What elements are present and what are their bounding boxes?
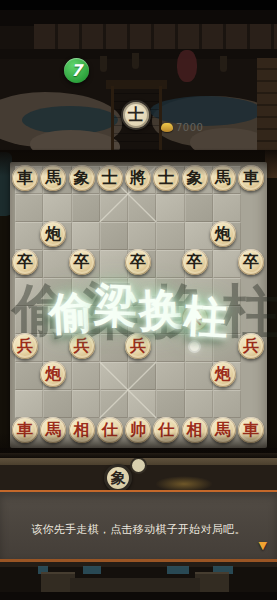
piece-black-士[interactable]: 士 <box>97 165 123 191</box>
wooden-post <box>257 58 277 150</box>
piece-black-車[interactable]: 車 <box>12 165 38 191</box>
piece-character: 卒 <box>187 254 203 270</box>
board-tile <box>100 194 128 222</box>
board-tile <box>185 390 213 418</box>
board-tile <box>128 306 156 334</box>
board-tile <box>72 278 100 306</box>
piece-red-車[interactable]: 車 <box>12 417 38 443</box>
piece-character: 仕 <box>102 422 118 438</box>
water-right <box>150 96 262 126</box>
piece-character: 馬 <box>45 170 61 186</box>
piece-red-帅[interactable]: 帅 <box>125 417 151 443</box>
machinery-light <box>167 566 189 574</box>
hanging-decor <box>220 56 227 72</box>
piece-character: 炮 <box>215 226 231 242</box>
piece-red-炮[interactable]: 炮 <box>210 361 236 387</box>
piece-black-卒[interactable]: 卒 <box>12 249 38 275</box>
lantern-decor <box>177 50 197 82</box>
board-tile <box>128 362 156 390</box>
piece-character: 炮 <box>45 366 61 382</box>
piece-character: 兵 <box>17 338 33 354</box>
piece-black-卒[interactable]: 卒 <box>182 249 208 275</box>
piece-red-兵[interactable]: 兵 <box>125 333 151 359</box>
seven-day-badge[interactable]: 7 <box>64 58 89 83</box>
board-tile <box>213 390 241 418</box>
piece-red-仕[interactable]: 仕 <box>97 417 123 443</box>
board-tile <box>156 306 184 334</box>
board-tile <box>185 194 213 222</box>
piece-character: 炮 <box>45 226 61 242</box>
board-tile <box>100 390 128 418</box>
board-tile <box>156 194 184 222</box>
board-tile <box>72 194 100 222</box>
piece-black-車[interactable]: 車 <box>238 165 264 191</box>
board-tile <box>213 194 241 222</box>
piece-character: 象 <box>74 170 90 186</box>
piece-character: 炮 <box>215 366 231 382</box>
piece-character: 將 <box>130 170 146 186</box>
piece-character: 車 <box>17 170 33 186</box>
board-tile <box>15 278 43 306</box>
wooden-roof-beam <box>34 24 277 50</box>
board-tile <box>156 222 184 250</box>
piece-black-象[interactable]: 象 <box>69 165 95 191</box>
board-tile <box>100 362 128 390</box>
piece-character: 馬 <box>215 422 231 438</box>
board-tile <box>128 194 156 222</box>
board-tile <box>128 222 156 250</box>
piece-red-兵[interactable]: 兵 <box>12 333 38 359</box>
piece-character: 相 <box>74 422 90 438</box>
piece-character: 卒 <box>130 254 146 270</box>
piece-black-象[interactable]: 象 <box>182 165 208 191</box>
piece-black-將[interactable]: 將 <box>125 165 151 191</box>
board-tile <box>72 222 100 250</box>
piece-character: 士 <box>102 170 118 186</box>
board-tile <box>213 334 241 362</box>
piece-character: 象 <box>187 170 203 186</box>
board-tile <box>100 222 128 250</box>
board-tile <box>43 278 71 306</box>
board-tile <box>15 390 43 418</box>
board-tile <box>43 306 71 334</box>
top-scene-background: 士 7 7000 <box>0 0 277 162</box>
piece-red-車[interactable]: 車 <box>238 417 264 443</box>
board-tile <box>156 362 184 390</box>
elephant-logo-badge: 象 <box>104 464 132 492</box>
piece-black-卒[interactable]: 卒 <box>238 249 264 275</box>
board-tile <box>213 278 241 306</box>
continue-arrow-icon[interactable]: ▼ <box>259 540 267 551</box>
piece-red-兵[interactable]: 兵 <box>182 305 208 331</box>
last-move-origin-marker <box>190 342 199 351</box>
board-tile <box>15 194 43 222</box>
status-bar <box>0 0 277 10</box>
piece-character: 相 <box>187 422 203 438</box>
piece-character: 車 <box>243 170 259 186</box>
piece-black-馬[interactable]: 馬 <box>210 165 236 191</box>
board-tile <box>15 362 43 390</box>
piece-character: 車 <box>243 422 259 438</box>
board-tile <box>185 362 213 390</box>
piece-character: 仕 <box>158 422 174 438</box>
piece-red-馬[interactable]: 馬 <box>210 417 236 443</box>
piece-character: 兵 <box>130 338 146 354</box>
xiangqi-game-screen: 士 7 7000 偷梁换柱 車馬象士將士象馬車炮炮卒卒卒卒卒兵兵兵兵兵炮炮車馬相… <box>0 0 277 600</box>
piece-character: 兵 <box>74 338 90 354</box>
board-tile <box>100 250 128 278</box>
piece-character: 兵 <box>243 338 259 354</box>
board-tile <box>100 278 128 306</box>
board-tile <box>156 334 184 362</box>
tutorial-message-text: 该你先手走棋，点击移动棋子开始对局吧。 <box>0 522 277 537</box>
piece-red-相[interactable]: 相 <box>182 417 208 443</box>
hanging-decor <box>132 53 139 69</box>
tutorial-message-panel: 该你先手走棋，点击移动棋子开始对局吧。 ▼ <box>0 490 277 562</box>
board-tile <box>43 250 71 278</box>
board-tile <box>100 306 128 334</box>
board-tile <box>43 390 71 418</box>
hanging-decor <box>100 56 107 72</box>
background-machinery <box>0 562 277 600</box>
machinery-light <box>83 566 101 574</box>
board-tile <box>185 278 213 306</box>
piece-black-卒[interactable]: 卒 <box>125 249 151 275</box>
board-tile <box>15 306 43 334</box>
machinery-floor <box>0 592 277 600</box>
elephant-logo-char: 象 <box>111 469 126 488</box>
board-tile <box>100 334 128 362</box>
piece-red-兵[interactable]: 兵 <box>69 333 95 359</box>
board-tile <box>72 390 100 418</box>
piece-black-炮[interactable]: 炮 <box>210 221 236 247</box>
piece-character: 馬 <box>45 422 61 438</box>
board-zone: 偷梁换柱 車馬象士將士象馬車炮炮卒卒卒卒卒兵兵兵兵兵炮炮車馬相仕帅仕相馬車 偷 … <box>0 150 277 458</box>
logo-small-circle <box>130 457 147 474</box>
board-tile <box>15 222 43 250</box>
board-tile <box>72 362 100 390</box>
piece-character: 馬 <box>215 170 231 186</box>
piece-character: 帅 <box>130 422 146 438</box>
piece-character: 卒 <box>74 254 90 270</box>
piece-character: 車 <box>17 422 33 438</box>
gold-ingot-icon <box>161 123 173 132</box>
advisor-emblem-badge: 士 <box>121 100 151 130</box>
board-tile <box>128 278 156 306</box>
bottom-scene-background: 象 该你先手走棋，点击移动棋子开始对局吧。 ▼ <box>0 448 277 600</box>
piece-red-相[interactable]: 相 <box>69 417 95 443</box>
coin-amount: 7000 <box>176 122 203 133</box>
board-tile <box>185 222 213 250</box>
board-tile <box>43 194 71 222</box>
board-tile <box>72 306 100 334</box>
badge-number: 7 <box>71 63 82 79</box>
piece-character: 卒 <box>17 254 33 270</box>
piece-black-卒[interactable]: 卒 <box>69 249 95 275</box>
board-tile <box>156 390 184 418</box>
board-tile <box>43 334 71 362</box>
board-tile <box>156 278 184 306</box>
board-tile <box>128 390 156 418</box>
piece-character: 卒 <box>243 254 259 270</box>
board-tile <box>213 306 241 334</box>
board-tile <box>213 250 241 278</box>
machinery-mid-band <box>70 578 200 592</box>
piece-red-兵[interactable]: 兵 <box>238 333 264 359</box>
piece-character: 兵 <box>187 310 203 326</box>
piece-character: 士 <box>158 170 174 186</box>
advisor-emblem-char: 士 <box>128 105 144 126</box>
board-tile <box>156 250 184 278</box>
